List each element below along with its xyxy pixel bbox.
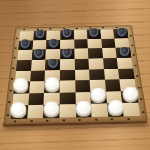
checkers-game-scene [0, 0, 150, 150]
black-piece[interactable] [34, 30, 46, 40]
square-h8[interactable] [114, 29, 129, 38]
black-piece[interactable] [32, 49, 45, 60]
square-c7[interactable] [46, 40, 60, 50]
square-e6[interactable] [74, 49, 88, 59]
square-e8[interactable] [74, 30, 88, 39]
square-c5[interactable] [45, 59, 60, 70]
square-f6[interactable] [88, 48, 103, 58]
square-f1[interactable] [91, 104, 108, 117]
black-piece[interactable] [115, 28, 127, 38]
square-d5[interactable] [60, 59, 75, 70]
square-h2[interactable] [121, 91, 138, 104]
square-a1[interactable] [11, 106, 28, 119]
square-f8[interactable] [87, 30, 101, 39]
black-piece[interactable] [47, 39, 59, 50]
square-f7[interactable] [87, 39, 101, 49]
square-c1[interactable] [43, 105, 59, 118]
square-d4[interactable] [60, 70, 75, 81]
square-c3[interactable] [44, 81, 59, 93]
white-piece[interactable] [122, 87, 139, 103]
square-e3[interactable] [75, 80, 91, 92]
square-h1[interactable] [123, 103, 141, 116]
black-piece[interactable] [61, 29, 73, 39]
square-d3[interactable] [60, 81, 75, 93]
square-g5[interactable] [103, 58, 119, 69]
square-a7[interactable] [18, 40, 33, 50]
board-grid [11, 29, 141, 119]
frame-dots-bottom [14, 118, 138, 123]
white-piece[interactable] [75, 100, 92, 117]
board-frame [3, 25, 148, 124]
square-h4[interactable] [118, 68, 134, 79]
square-g8[interactable] [100, 29, 114, 38]
square-d2[interactable] [60, 92, 76, 105]
square-b2[interactable] [28, 93, 44, 106]
square-a3[interactable] [14, 82, 30, 94]
square-g4[interactable] [104, 69, 120, 80]
white-piece[interactable] [10, 102, 27, 119]
square-e7[interactable] [74, 39, 88, 49]
square-f2[interactable] [90, 92, 106, 105]
white-piece[interactable] [13, 78, 29, 94]
square-e5[interactable] [74, 59, 89, 70]
square-g3[interactable] [105, 80, 121, 92]
white-piece[interactable] [43, 101, 60, 118]
square-d8[interactable] [60, 30, 74, 39]
square-g1[interactable] [107, 103, 124, 116]
square-d6[interactable] [60, 49, 74, 59]
black-piece[interactable] [46, 59, 59, 70]
black-piece[interactable] [118, 47, 131, 58]
checkers-board [9, 4, 141, 136]
black-piece[interactable] [61, 48, 74, 59]
square-h5[interactable] [117, 58, 133, 69]
square-g6[interactable] [102, 48, 117, 58]
square-b3[interactable] [29, 81, 45, 93]
square-g7[interactable] [101, 38, 116, 48]
square-b5[interactable] [31, 60, 46, 71]
black-piece[interactable] [19, 39, 31, 50]
white-piece[interactable] [107, 100, 124, 117]
square-b8[interactable] [33, 31, 47, 40]
square-h6[interactable] [116, 48, 132, 58]
square-e4[interactable] [75, 69, 90, 80]
square-b6[interactable] [31, 50, 46, 60]
square-f4[interactable] [89, 69, 105, 80]
square-b4[interactable] [30, 70, 45, 81]
square-b1[interactable] [27, 105, 44, 118]
white-piece[interactable] [44, 77, 60, 93]
square-e1[interactable] [75, 104, 92, 117]
square-a6[interactable] [17, 50, 32, 60]
square-d1[interactable] [59, 104, 75, 117]
square-f5[interactable] [89, 58, 104, 69]
square-a5[interactable] [16, 60, 31, 71]
